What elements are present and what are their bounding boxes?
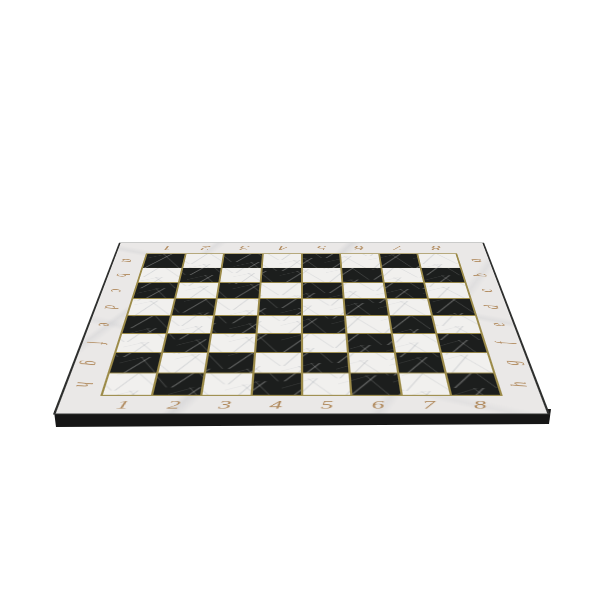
rank-label-left-g: g	[66, 355, 119, 371]
square-3c[interactable]	[218, 283, 260, 298]
square-4h[interactable]	[253, 374, 301, 395]
square-4e[interactable]	[258, 316, 301, 333]
square-2a[interactable]	[183, 254, 223, 267]
square-4b[interactable]	[261, 268, 300, 282]
square-6g[interactable]	[349, 353, 397, 373]
square-7e[interactable]	[390, 316, 436, 333]
file-label-near-1: 1	[95, 396, 151, 414]
rank-label-right-d: d	[467, 301, 515, 314]
rank-label-left-a: a	[107, 255, 150, 266]
square-2d[interactable]	[172, 299, 216, 315]
rank-label-left-f: f	[74, 336, 125, 351]
playing-field	[100, 253, 502, 395]
file-label-far-1: 1	[146, 243, 187, 253]
chess-board: 12345678 12345678 abcdefgh abcdefgh	[53, 243, 550, 415]
square-3a[interactable]	[223, 254, 262, 267]
square-7c[interactable]	[385, 283, 428, 298]
square-7h[interactable]	[399, 374, 450, 395]
square-2h[interactable]	[153, 374, 204, 395]
square-6h[interactable]	[351, 374, 400, 395]
square-7b[interactable]	[382, 268, 423, 282]
photo-canvas: 12345678 12345678 abcdefgh abcdefgh	[0, 0, 600, 600]
file-label-near-4: 4	[250, 396, 302, 414]
square-5c[interactable]	[302, 283, 342, 298]
rank-label-right-h: h	[490, 376, 545, 393]
square-3d[interactable]	[215, 299, 258, 315]
board-perspective-scene: 12345678 12345678 abcdefgh abcdefgh	[91, 105, 512, 526]
rank-label-right-e: e	[472, 318, 521, 332]
square-3b[interactable]	[220, 268, 260, 282]
square-4a[interactable]	[263, 254, 301, 267]
square-5h[interactable]	[303, 374, 351, 395]
file-label-far-5: 5	[302, 243, 341, 253]
square-6f[interactable]	[348, 334, 394, 352]
square-4c[interactable]	[260, 283, 300, 298]
file-label-far-2: 2	[185, 243, 226, 253]
square-6c[interactable]	[343, 283, 385, 298]
file-labels-far: 12345678	[146, 243, 457, 253]
square-5d[interactable]	[302, 299, 344, 315]
square-6b[interactable]	[342, 268, 382, 282]
file-label-near-8: 8	[452, 396, 508, 414]
square-4d[interactable]	[259, 299, 301, 315]
file-labels-near: 12345678	[95, 396, 509, 414]
square-7f[interactable]	[393, 334, 440, 352]
rank-label-right-f: f	[478, 336, 529, 351]
rank-label-left-h: h	[57, 376, 112, 393]
file-label-far-6: 6	[340, 243, 380, 253]
square-2e[interactable]	[167, 316, 213, 333]
rank-label-right-b: b	[457, 269, 502, 280]
square-6e[interactable]	[346, 316, 390, 333]
square-2c[interactable]	[176, 283, 219, 298]
square-3h[interactable]	[203, 374, 252, 395]
file-label-near-3: 3	[198, 396, 251, 414]
square-7d[interactable]	[387, 299, 431, 315]
square-6d[interactable]	[345, 299, 388, 315]
square-6a[interactable]	[341, 254, 380, 267]
rank-label-right-a: a	[453, 255, 496, 266]
square-2b[interactable]	[179, 268, 220, 282]
rank-label-right-g: g	[484, 355, 537, 371]
file-label-far-3: 3	[224, 243, 264, 253]
square-2f[interactable]	[163, 334, 210, 352]
rank-label-left-b: b	[101, 269, 146, 280]
square-5e[interactable]	[303, 316, 346, 333]
square-3f[interactable]	[209, 334, 255, 352]
square-5a[interactable]	[302, 254, 340, 267]
square-4g[interactable]	[254, 353, 300, 373]
file-label-far-4: 4	[263, 243, 302, 253]
square-2g[interactable]	[158, 353, 207, 373]
square-7g[interactable]	[396, 353, 445, 373]
file-label-far-7: 7	[378, 243, 419, 253]
square-3e[interactable]	[212, 316, 256, 333]
rank-label-left-d: d	[88, 301, 136, 314]
rank-label-right-c: c	[462, 285, 508, 297]
file-label-far-8: 8	[416, 243, 457, 253]
square-3g[interactable]	[206, 353, 254, 373]
rank-label-left-c: c	[95, 285, 141, 297]
file-label-near-2: 2	[146, 396, 201, 414]
rank-label-left-e: e	[81, 318, 130, 332]
square-5b[interactable]	[302, 268, 341, 282]
square-5f[interactable]	[303, 334, 347, 352]
file-label-near-7: 7	[402, 396, 457, 414]
file-label-near-6: 6	[352, 396, 405, 414]
file-label-near-5: 5	[302, 396, 354, 414]
square-7a[interactable]	[380, 254, 420, 267]
square-4f[interactable]	[256, 334, 300, 352]
square-5g[interactable]	[303, 353, 349, 373]
